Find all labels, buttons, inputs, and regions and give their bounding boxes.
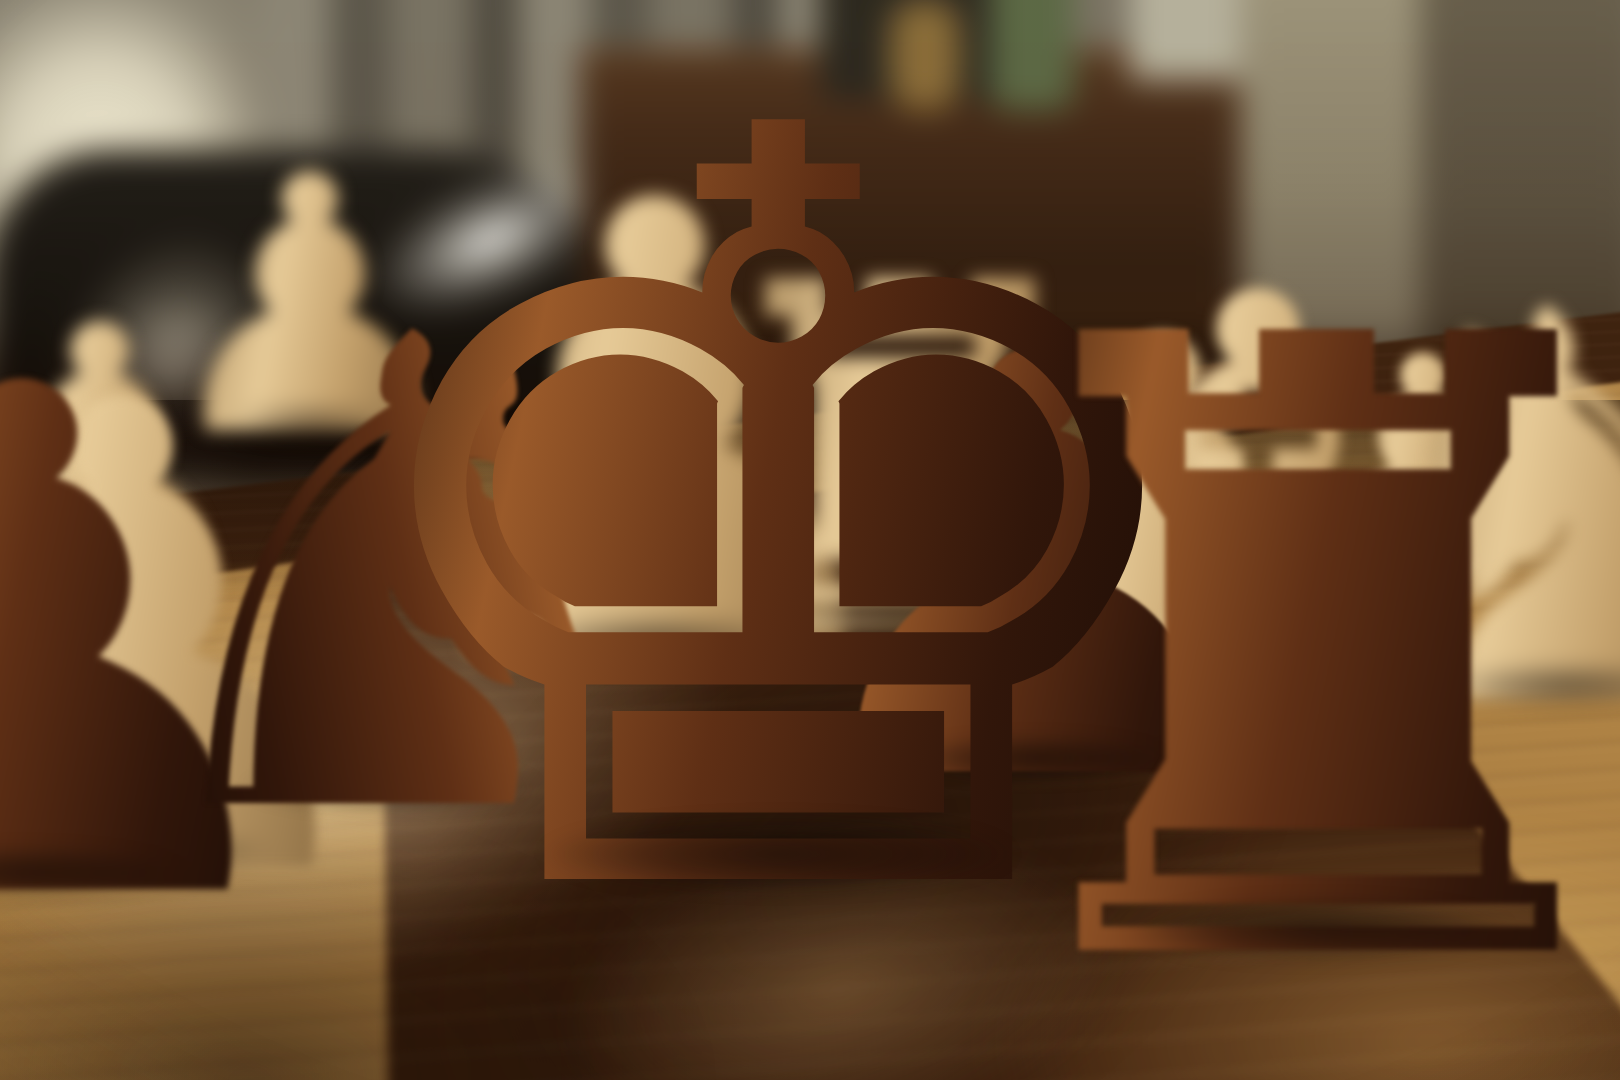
chess-photo-scene: ♟♟♟♜♟♝♟♞♟♟♞♟♚♚♜ bbox=[0, 0, 1620, 1080]
dark-rook-shadow bbox=[1122, 897, 1513, 961]
dark-rook[interactable]: ♜ bbox=[937, 230, 1620, 1080]
pieces-layer: ♟♟♟♜♟♝♟♞♟♟♞♟♚♚♜ bbox=[0, 0, 1620, 1080]
